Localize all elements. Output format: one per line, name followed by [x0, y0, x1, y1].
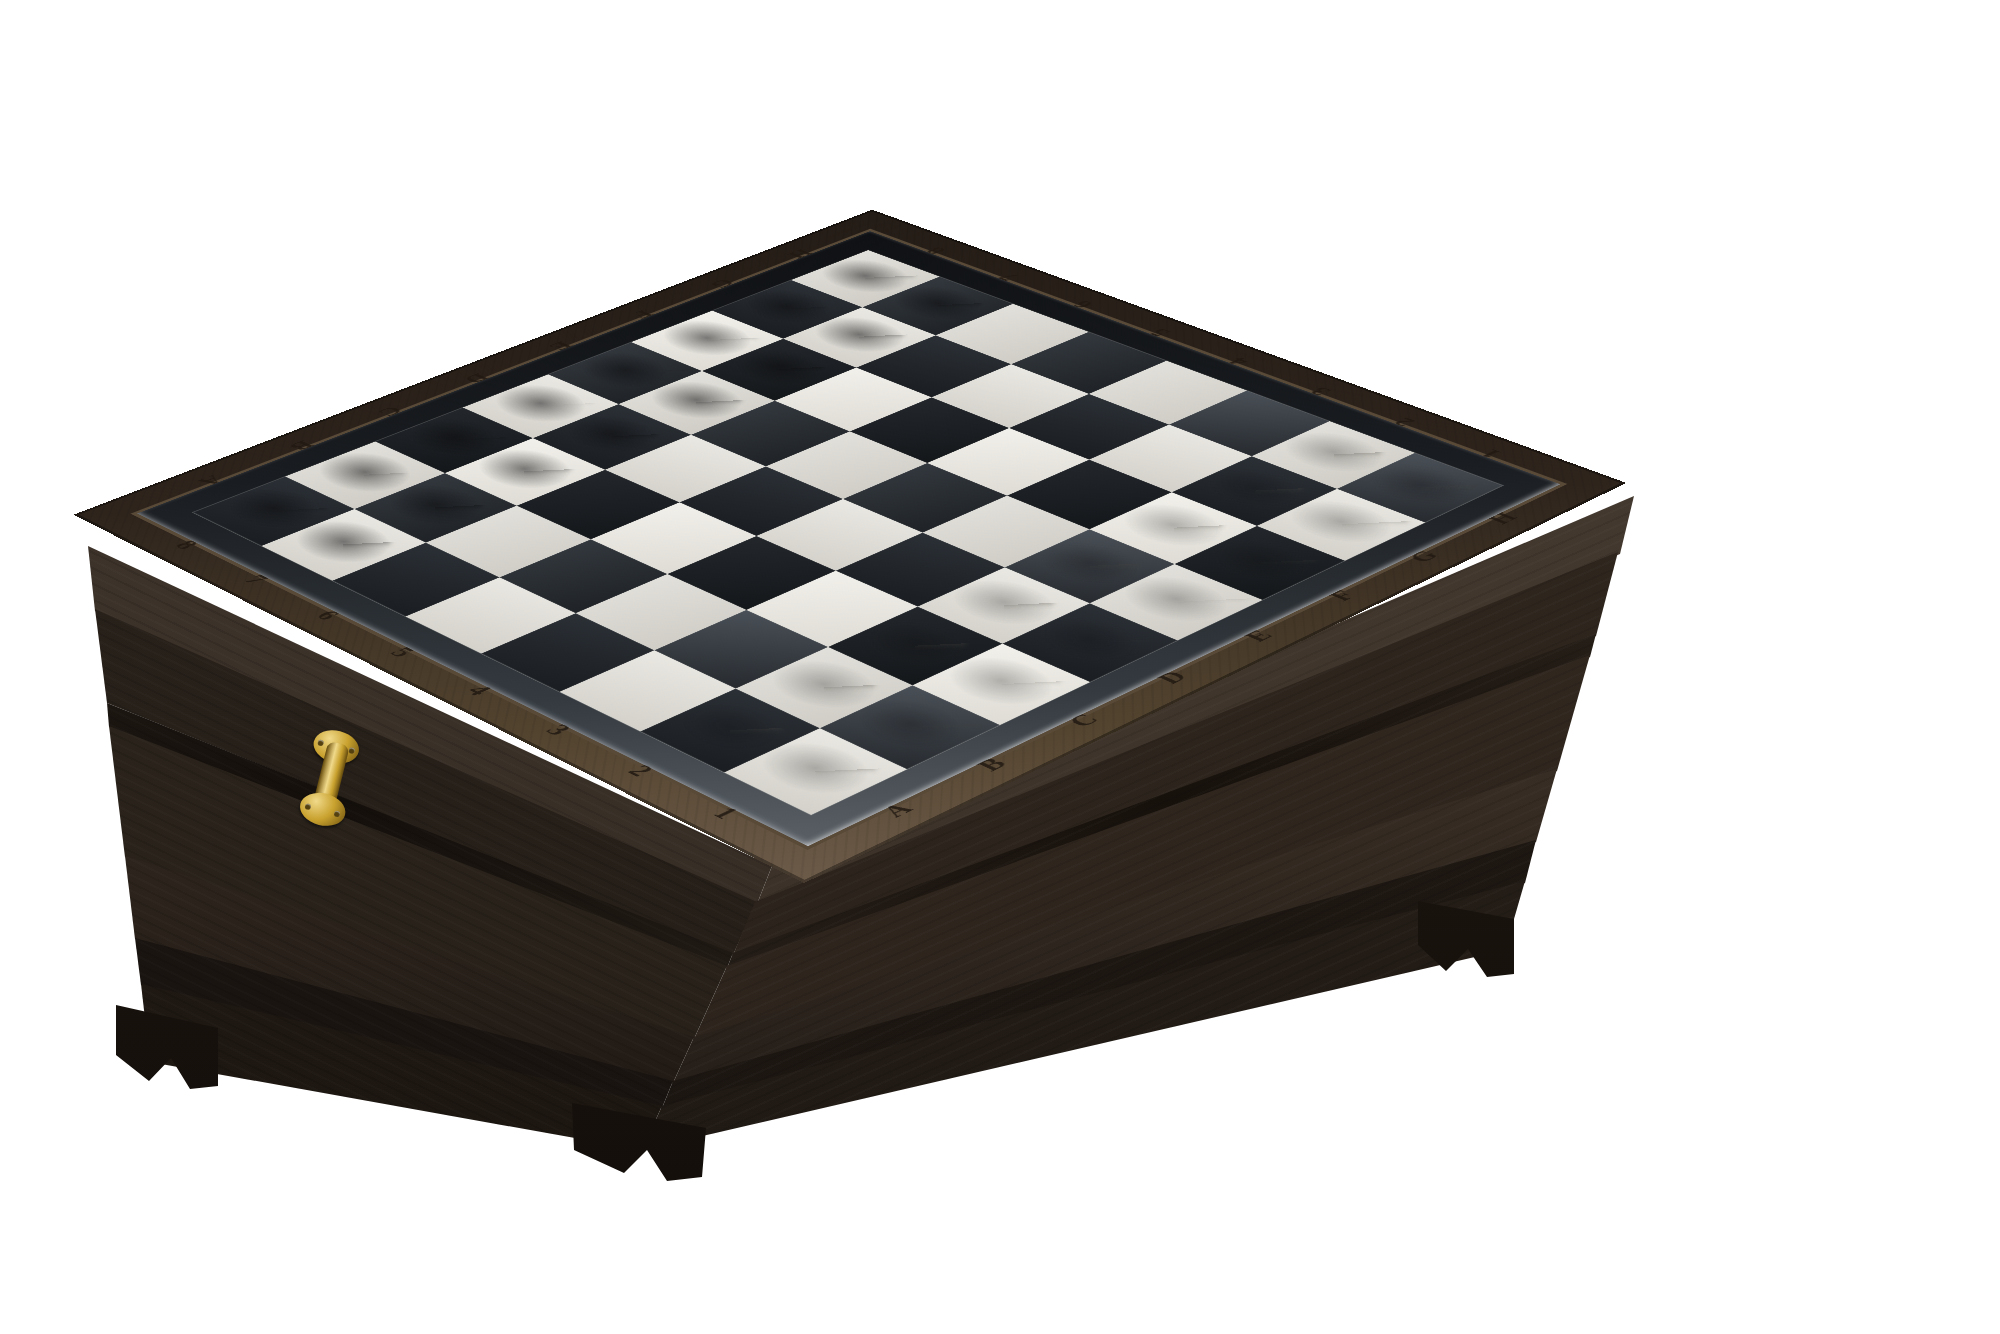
chess-set-photo: A1A1B2B2C3C3D4D4E5E5F6F6G7G7H8H8♜♞♟♝♟♚♟♛… [0, 0, 2000, 1334]
tabletop-wrap: A1A1B2B2C3C3D4D4E5E5F6F6G7G7H8H8♜♞♟♝♟♚♟♛… [268, 0, 1419, 1074]
tabletop: A1A1B2B2C3C3D4D4E5E5F6F6G7G7H8H8♜♞♟♝♟♚♟♛… [73, 210, 1626, 883]
white-rook-icon: ♜ [709, 572, 915, 801]
black-pawn-icon: ♟ [263, 395, 417, 567]
